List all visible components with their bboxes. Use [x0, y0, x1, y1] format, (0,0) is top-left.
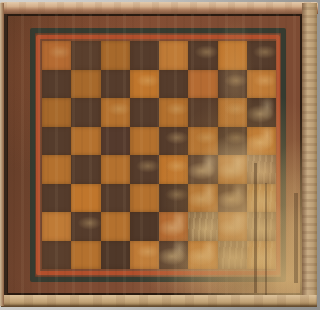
square-d2[interactable] [130, 212, 159, 241]
square-e4[interactable] [159, 155, 188, 184]
square-g6[interactable] [218, 98, 247, 127]
square-e2[interactable] [159, 212, 188, 241]
square-a7[interactable] [42, 70, 71, 99]
square-c4[interactable] [101, 155, 130, 184]
square-f7[interactable] [188, 70, 217, 99]
square-e3[interactable] [159, 184, 188, 213]
square-g3[interactable] [218, 184, 247, 213]
square-b3[interactable] [71, 184, 100, 213]
square-b6[interactable] [71, 98, 100, 127]
square-e1[interactable] [159, 241, 188, 270]
board-frame-bottom [1, 295, 317, 307]
square-b8[interactable] [71, 41, 100, 70]
square-a5[interactable] [42, 127, 71, 156]
square-a1[interactable] [42, 241, 71, 270]
square-d7[interactable] [130, 70, 159, 99]
square-c5[interactable] [101, 127, 130, 156]
square-h2[interactable] [247, 212, 276, 241]
square-h1[interactable] [247, 241, 276, 270]
square-h8[interactable] [247, 41, 276, 70]
square-b5[interactable] [71, 127, 100, 156]
square-d5[interactable] [130, 127, 159, 156]
board-frame-right [302, 3, 317, 306]
square-d3[interactable] [130, 184, 159, 213]
square-c2[interactable] [101, 212, 130, 241]
square-g8[interactable] [218, 41, 247, 70]
square-a4[interactable] [42, 155, 71, 184]
square-f3[interactable] [188, 184, 217, 213]
square-c8[interactable] [101, 41, 130, 70]
square-c1[interactable] [101, 241, 130, 270]
square-d4[interactable] [130, 155, 159, 184]
square-h3[interactable] [247, 184, 276, 213]
square-c6[interactable] [101, 98, 130, 127]
square-g4[interactable] [218, 155, 247, 184]
square-e5[interactable] [159, 127, 188, 156]
playing-field [42, 41, 276, 269]
square-d8[interactable] [130, 41, 159, 70]
square-e6[interactable] [159, 98, 188, 127]
square-g2[interactable] [218, 212, 247, 241]
square-f6[interactable] [188, 98, 217, 127]
square-h4[interactable] [247, 155, 276, 184]
square-f8[interactable] [188, 41, 217, 70]
square-f4[interactable] [188, 155, 217, 184]
square-h6[interactable] [247, 98, 276, 127]
square-c7[interactable] [101, 70, 130, 99]
square-a8[interactable] [42, 41, 71, 70]
square-g7[interactable] [218, 70, 247, 99]
square-h5[interactable] [247, 127, 276, 156]
square-d1[interactable] [130, 241, 159, 270]
square-b7[interactable] [71, 70, 100, 99]
square-e8[interactable] [159, 41, 188, 70]
photo-background [0, 0, 320, 310]
board-frame-left [0, 3, 4, 306]
square-e7[interactable] [159, 70, 188, 99]
square-a3[interactable] [42, 184, 71, 213]
square-d6[interactable] [130, 98, 159, 127]
square-g5[interactable] [218, 127, 247, 156]
square-h7[interactable] [247, 70, 276, 99]
board-frame-top [0, 2, 318, 14]
square-g1[interactable] [218, 241, 247, 270]
square-f2[interactable] [188, 212, 217, 241]
square-c3[interactable] [101, 184, 130, 213]
square-b4[interactable] [71, 155, 100, 184]
square-f1[interactable] [188, 241, 217, 270]
square-b2[interactable] [71, 212, 100, 241]
square-a6[interactable] [42, 98, 71, 127]
square-f5[interactable] [188, 127, 217, 156]
square-a2[interactable] [42, 212, 71, 241]
square-b1[interactable] [71, 241, 100, 270]
